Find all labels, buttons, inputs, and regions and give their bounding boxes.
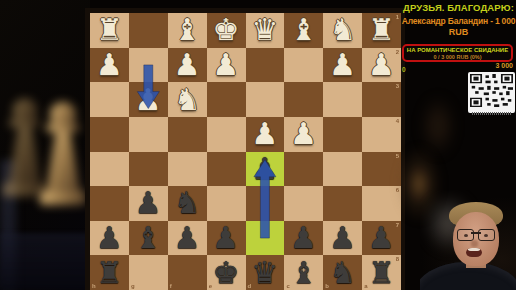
black-knight: ♞	[174, 188, 201, 218]
square-f3[interactable]: ♞	[168, 82, 207, 117]
square-f7[interactable]: ♟	[168, 221, 207, 256]
square-g7[interactable]: ♝	[129, 221, 168, 256]
square-e5[interactable]	[207, 152, 246, 187]
white-pawn: ♟	[368, 50, 395, 80]
square-b5[interactable]	[323, 152, 362, 187]
square-b3[interactable]	[323, 82, 362, 117]
donation-goal-bar: НА РОМАНТИЧЕСКОЕ СВИДАНИЕ 0 / 3 000 RUB …	[402, 44, 513, 62]
square-f6[interactable]: ♞	[168, 186, 207, 221]
square-b7[interactable]: ♟	[323, 221, 362, 256]
black-bishop: ♝	[135, 223, 162, 253]
file-label-d: d	[248, 283, 252, 289]
rank-label-1: 1	[396, 14, 399, 20]
square-f5[interactable]	[168, 152, 207, 187]
square-c3[interactable]	[284, 82, 323, 117]
goal-progress-text: 0 / 3 000 RUB (0%)	[434, 54, 482, 60]
black-pawn: ♟	[96, 223, 123, 253]
rank-label-5: 5	[396, 153, 399, 159]
file-label-a: a	[364, 283, 367, 289]
square-f1[interactable]: ♝	[168, 13, 207, 48]
white-pawn: ♟	[213, 50, 240, 80]
decorative-pawn-icon	[40, 102, 86, 205]
square-c5[interactable]	[284, 152, 323, 187]
square-a4[interactable]: 4	[362, 117, 401, 152]
square-d2[interactable]	[246, 48, 285, 83]
file-label-g: g	[131, 283, 135, 289]
square-h8[interactable]: ♜h	[90, 255, 129, 290]
square-a1[interactable]: ♜1	[362, 13, 401, 48]
goal-scale-min: 0	[402, 66, 406, 73]
file-label-c: c	[286, 283, 289, 289]
square-h3[interactable]	[90, 82, 129, 117]
white-bishop: ♝	[290, 15, 317, 45]
black-knight: ♞	[329, 258, 356, 288]
webcam-feed	[420, 190, 516, 290]
square-e1[interactable]: ♚	[207, 13, 246, 48]
rank-label-4: 4	[396, 118, 399, 124]
black-queen: ♛	[251, 258, 278, 288]
black-pawn: ♟	[251, 154, 278, 184]
square-a8[interactable]: ♜8a	[362, 255, 401, 290]
black-pawn: ♟	[135, 188, 162, 218]
board-squares: ♜♝♚♛♝♞♜1♟♟♟♟♟2♟♞3♟♟4♟5♟♞6♟♝♟♟♟♟♟7♜hgf♚e♛…	[90, 13, 401, 290]
black-pawn: ♟	[174, 223, 201, 253]
square-a7[interactable]: ♟7	[362, 221, 401, 256]
square-h1[interactable]: ♜	[90, 13, 129, 48]
white-rook: ♜	[368, 15, 395, 45]
white-king: ♚	[213, 15, 240, 45]
square-g3[interactable]: ♟	[129, 82, 168, 117]
square-a2[interactable]: ♟2	[362, 48, 401, 83]
square-d4[interactable]: ♟	[246, 117, 285, 152]
square-c4[interactable]: ♟	[284, 117, 323, 152]
donation-header: ДРУЗЬЯ. БЛАГОДАРЮ:	[401, 2, 516, 13]
qr-code-icon	[468, 72, 515, 113]
rank-label-3: 3	[396, 83, 399, 89]
qr-caption	[472, 112, 511, 115]
goal-title: НА РОМАНТИЧЕСКОЕ СВИДАНИЕ	[407, 47, 508, 54]
square-e7[interactable]: ♟	[207, 221, 246, 256]
square-g5[interactable]	[129, 152, 168, 187]
stream-frame: ♜♝♚♛♝♞♜1♟♟♟♟♟2♟♞3♟♟4♟5♟♞6♟♝♟♟♟♟♟7♜hgf♚e♛…	[0, 0, 516, 290]
square-h5[interactable]	[90, 152, 129, 187]
square-d7[interactable]	[246, 221, 285, 256]
white-bishop: ♝	[174, 15, 201, 45]
square-e4[interactable]	[207, 117, 246, 152]
file-label-e: e	[209, 283, 212, 289]
square-f4[interactable]	[168, 117, 207, 152]
square-h2[interactable]: ♟	[90, 48, 129, 83]
file-label-f: f	[170, 283, 172, 289]
donation-currency: RUB	[401, 27, 516, 37]
white-pawn: ♟	[329, 50, 356, 80]
square-d8[interactable]: ♛d	[246, 255, 285, 290]
background-floor	[0, 233, 90, 290]
black-pawn: ♟	[213, 223, 240, 253]
file-label-h: h	[92, 283, 96, 289]
square-g6[interactable]: ♟	[129, 186, 168, 221]
square-c6[interactable]	[284, 186, 323, 221]
square-b8[interactable]: ♞b	[323, 255, 362, 290]
black-pawn: ♟	[290, 223, 317, 253]
white-pawn: ♟	[96, 50, 123, 80]
square-d5[interactable]: ♟	[246, 152, 285, 187]
black-pawn: ♟	[329, 223, 356, 253]
rank-label-2: 2	[396, 49, 399, 55]
white-pawn: ♟	[174, 50, 201, 80]
white-knight: ♞	[329, 15, 356, 45]
streamer-nose	[471, 240, 478, 247]
white-pawn: ♟	[251, 119, 278, 149]
square-h7[interactable]: ♟	[90, 221, 129, 256]
square-d6[interactable]	[246, 186, 285, 221]
square-b4[interactable]	[323, 117, 362, 152]
white-pawn: ♟	[135, 85, 162, 115]
square-c1[interactable]: ♝	[284, 13, 323, 48]
square-g1[interactable]	[129, 13, 168, 48]
square-e6[interactable]	[207, 186, 246, 221]
square-g4[interactable]	[129, 117, 168, 152]
square-h4[interactable]	[90, 117, 129, 152]
square-d1[interactable]: ♛	[246, 13, 285, 48]
background-left	[0, 0, 90, 290]
square-c8[interactable]: ♝c	[284, 255, 323, 290]
square-b2[interactable]: ♟	[323, 48, 362, 83]
black-bishop: ♝	[290, 258, 317, 288]
black-rook: ♜	[96, 258, 123, 288]
black-king: ♚	[213, 258, 240, 288]
square-e8[interactable]: ♚e	[207, 255, 246, 290]
square-f8[interactable]: f	[168, 255, 207, 290]
square-a3[interactable]: 3	[362, 82, 401, 117]
streamer-mouth	[466, 248, 482, 257]
square-c7[interactable]: ♟	[284, 221, 323, 256]
white-pawn: ♟	[290, 119, 317, 149]
file-label-b: b	[325, 283, 329, 289]
square-e2[interactable]: ♟	[207, 48, 246, 83]
black-rook: ♜	[368, 258, 395, 288]
square-h6[interactable]	[90, 186, 129, 221]
square-b1[interactable]: ♞	[323, 13, 362, 48]
square-e3[interactable]	[207, 82, 246, 117]
square-g8[interactable]: g	[129, 255, 168, 290]
donation-donor-line: Александр Баландин - 1 000	[401, 16, 516, 26]
square-f2[interactable]: ♟	[168, 48, 207, 83]
square-c2[interactable]	[284, 48, 323, 83]
white-queen: ♛	[251, 15, 278, 45]
goal-scale-max: 3 000	[495, 62, 513, 69]
square-b6[interactable]	[323, 186, 362, 221]
square-a6[interactable]: 6	[362, 186, 401, 221]
streamer-face	[450, 204, 502, 268]
rank-label-7: 7	[396, 222, 399, 228]
white-rook: ♜	[96, 15, 123, 45]
rank-label-8: 8	[396, 256, 399, 262]
white-knight: ♞	[174, 85, 201, 115]
square-g2[interactable]	[129, 48, 168, 83]
black-pawn: ♟	[368, 223, 395, 253]
square-d3[interactable]	[246, 82, 285, 117]
